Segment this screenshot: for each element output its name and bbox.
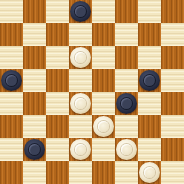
square-c6: [46, 46, 69, 69]
square-c3[interactable]: [46, 115, 69, 138]
square-c7[interactable]: [46, 23, 69, 46]
square-h6[interactable]: [161, 46, 184, 69]
black-man[interactable]: [116, 93, 137, 114]
black-man-face: [144, 75, 155, 86]
square-a6: [0, 46, 23, 69]
square-c4: [46, 92, 69, 115]
square-b8[interactable]: [23, 0, 46, 23]
square-c8: [46, 0, 69, 23]
square-c1[interactable]: [46, 161, 69, 184]
black-man[interactable]: [1, 70, 22, 91]
square-e1[interactable]: [92, 161, 115, 184]
square-h2[interactable]: [161, 138, 184, 161]
square-a2: [0, 138, 23, 161]
square-d4[interactable]: [69, 92, 92, 115]
square-g7[interactable]: [138, 23, 161, 46]
square-c2: [46, 138, 69, 161]
black-man-face: [75, 6, 86, 17]
square-f1: [115, 161, 138, 184]
square-f5: [115, 69, 138, 92]
square-e7[interactable]: [92, 23, 115, 46]
square-g1[interactable]: [138, 161, 161, 184]
white-man-face: [75, 52, 86, 63]
square-b3: [23, 115, 46, 138]
square-b2[interactable]: [23, 138, 46, 161]
square-b7: [23, 23, 46, 46]
square-g8: [138, 0, 161, 23]
square-a4: [0, 92, 23, 115]
white-man[interactable]: [70, 47, 91, 68]
square-g3[interactable]: [138, 115, 161, 138]
black-man-face: [29, 144, 40, 155]
square-e5[interactable]: [92, 69, 115, 92]
square-a7[interactable]: [0, 23, 23, 46]
square-f6[interactable]: [115, 46, 138, 69]
square-b6[interactable]: [23, 46, 46, 69]
square-f7: [115, 23, 138, 46]
square-d2[interactable]: [69, 138, 92, 161]
square-d3: [69, 115, 92, 138]
white-man-face: [98, 121, 109, 132]
square-f8[interactable]: [115, 0, 138, 23]
white-man-face: [75, 98, 86, 109]
square-e6: [92, 46, 115, 69]
square-h4[interactable]: [161, 92, 184, 115]
black-man[interactable]: [70, 1, 91, 22]
square-f4[interactable]: [115, 92, 138, 115]
square-b4[interactable]: [23, 92, 46, 115]
square-b5: [23, 69, 46, 92]
square-g6: [138, 46, 161, 69]
square-d8[interactable]: [69, 0, 92, 23]
square-a3[interactable]: [0, 115, 23, 138]
square-f2[interactable]: [115, 138, 138, 161]
square-h8[interactable]: [161, 0, 184, 23]
square-c5[interactable]: [46, 69, 69, 92]
white-man-face: [75, 144, 86, 155]
square-g2: [138, 138, 161, 161]
white-man[interactable]: [116, 139, 137, 160]
white-man-face: [121, 144, 132, 155]
square-a8: [0, 0, 23, 23]
square-d1: [69, 161, 92, 184]
square-d6[interactable]: [69, 46, 92, 69]
black-man[interactable]: [24, 139, 45, 160]
square-e3[interactable]: [92, 115, 115, 138]
square-d7: [69, 23, 92, 46]
square-e2: [92, 138, 115, 161]
black-man-face: [6, 75, 17, 86]
white-man[interactable]: [93, 116, 114, 137]
white-man[interactable]: [70, 93, 91, 114]
square-f3: [115, 115, 138, 138]
square-h3: [161, 115, 184, 138]
black-man-face: [121, 98, 132, 109]
square-b1: [23, 161, 46, 184]
square-e4: [92, 92, 115, 115]
white-man-face: [144, 167, 155, 178]
square-h1: [161, 161, 184, 184]
white-man[interactable]: [70, 139, 91, 160]
square-d5: [69, 69, 92, 92]
square-a1[interactable]: [0, 161, 23, 184]
square-a5[interactable]: [0, 69, 23, 92]
black-man[interactable]: [139, 70, 160, 91]
square-h7: [161, 23, 184, 46]
square-e8: [92, 0, 115, 23]
white-man[interactable]: [139, 162, 160, 183]
square-h5: [161, 69, 184, 92]
square-g5[interactable]: [138, 69, 161, 92]
square-g4: [138, 92, 161, 115]
checkers-board: [0, 0, 184, 184]
